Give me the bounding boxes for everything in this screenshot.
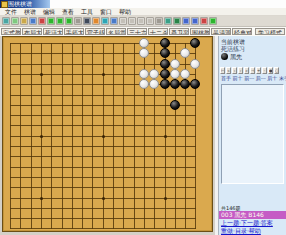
white-stone-P16: [149, 69, 159, 79]
first-move-icon[interactable]: [119, 17, 127, 25]
menu-item-棋谱[interactable]: 棋谱: [24, 8, 36, 15]
menu-item-工具[interactable]: 工具: [81, 8, 93, 15]
black-stone-Q18: [160, 48, 170, 58]
black-stone-Q17: [160, 59, 170, 69]
mode-tab-经典对局[interactable]: 经典对局: [232, 28, 252, 35]
hoshi-point: [164, 197, 167, 200]
play-icon[interactable]: [137, 17, 145, 25]
mode-bar: 定式教程布局大全死活大全手筋大全官子练习名局赏析三十六计十二杀法聂卫平讲棋围棋教…: [0, 27, 286, 36]
grid-line: [10, 208, 196, 209]
tree-view-icon[interactable]: [83, 17, 91, 25]
nav-button-4[interactable]: »: [244, 67, 249, 74]
info-icon[interactable]: [200, 17, 208, 25]
grid-line: [195, 43, 196, 229]
white-stone-O18: [139, 48, 149, 58]
grid-line: [10, 177, 196, 178]
database-icon[interactable]: [182, 17, 190, 25]
side-panel: 当前棋谱 死活练习 黑先 ⊢«‹›»⊣+-●○ 首手 前十 前一 后一 后十 末…: [218, 36, 286, 235]
toolbar: [0, 16, 286, 27]
grid-line: [10, 218, 196, 219]
nav-button-0[interactable]: ⊢: [220, 67, 225, 74]
white-stone-icon[interactable]: [101, 17, 109, 25]
grid-line: [10, 167, 196, 168]
grid-line: [10, 156, 196, 157]
move-nav-buttons: ⊢«‹›»⊣+-●○: [219, 67, 286, 74]
black-stone-S15: [180, 79, 190, 89]
app-icon: [1, 1, 8, 8]
grid-line: [123, 43, 124, 229]
nav-button-9[interactable]: ○: [274, 67, 279, 74]
prev-move-icon[interactable]: [128, 17, 136, 25]
panel-bottom: 共146题 003 黑先 B146 上一题·下一题·答案 重做·目录·帮助: [219, 205, 286, 235]
hoshi-point: [40, 73, 43, 76]
nav-button-8[interactable]: ●: [268, 67, 273, 74]
mode-tab-聂卫平讲棋[interactable]: 聂卫平讲棋: [169, 28, 189, 35]
black-stone-icon: [221, 53, 228, 60]
mode-tab-十二杀法[interactable]: 十二杀法: [148, 28, 168, 35]
rotate-icon[interactable]: [164, 17, 172, 25]
new-file-icon[interactable]: [2, 17, 10, 25]
menu-item-文件[interactable]: 文件: [5, 8, 17, 15]
info-line-2: 死活练习: [221, 45, 284, 52]
hoshi-point: [102, 73, 105, 76]
grid-line: [10, 187, 196, 188]
next-move-icon[interactable]: [146, 17, 154, 25]
nav-button-7[interactable]: -: [262, 67, 267, 74]
study-mode-button[interactable]: 学习模式: [255, 28, 285, 35]
problem-links-2[interactable]: 重做·目录·帮助: [219, 227, 286, 235]
black-stone-Q19: [160, 38, 170, 48]
settings-icon[interactable]: [191, 17, 199, 25]
turn-label: 黑先: [230, 53, 242, 60]
selected-problem-row[interactable]: 003 黑先 B146: [219, 211, 286, 219]
nav-button-6[interactable]: +: [256, 67, 261, 74]
white-stone-R17: [170, 59, 180, 69]
grid-line: [134, 43, 135, 229]
go-board[interactable]: [2, 36, 213, 232]
mode-tab-手筋大全[interactable]: 手筋大全: [64, 28, 84, 35]
last-move-icon[interactable]: [155, 17, 163, 25]
white-stone-T17: [190, 59, 200, 69]
board-green-3-icon[interactable]: [65, 17, 73, 25]
menu-item-编辑[interactable]: 编辑: [43, 8, 55, 15]
mode-tab-名局赏析[interactable]: 名局赏析: [106, 28, 126, 35]
mode-tab-死活大全[interactable]: 死活大全: [43, 28, 63, 35]
menu-item-窗口[interactable]: 窗口: [100, 8, 112, 15]
mode-tab-吴清源棋谱[interactable]: 吴清源棋谱: [211, 28, 231, 35]
help-icon[interactable]: [209, 17, 217, 25]
window-title: 围棋棋谱: [0, 0, 50, 8]
grid-line: [10, 146, 196, 147]
black-stone-R13: [170, 100, 180, 110]
info-line-1: 当前棋谱: [221, 38, 284, 45]
menu-item-帮助[interactable]: 帮助: [119, 8, 131, 15]
mode-tab-布局大全[interactable]: 布局大全: [22, 28, 42, 35]
black-stone-T15: [190, 79, 200, 89]
white-stone-S18: [180, 48, 190, 58]
mode-tab-围棋教室[interactable]: 围棋教室: [190, 28, 210, 35]
problem-list-box[interactable]: [221, 84, 284, 184]
grid-line: [10, 228, 196, 229]
board-area: [0, 36, 215, 235]
mode-tabs: 定式教程布局大全死活大全手筋大全官子练习名局赏析三十六计十二杀法聂卫平讲棋围棋教…: [1, 28, 253, 35]
hoshi-point: [102, 135, 105, 138]
problem-links-1[interactable]: 上一题·下一题·答案: [219, 219, 286, 227]
nav-button-2[interactable]: ‹: [232, 67, 237, 74]
flip-icon[interactable]: [173, 17, 181, 25]
white-stone-O15: [139, 79, 149, 89]
black-stone-icon[interactable]: [92, 17, 100, 25]
white-stone-O16: [139, 69, 149, 79]
nav-button-5[interactable]: ⊣: [250, 67, 255, 74]
hoshi-point: [102, 197, 105, 200]
delete-icon[interactable]: [38, 17, 46, 25]
white-stone-R16: [170, 69, 180, 79]
print-icon[interactable]: [29, 17, 37, 25]
hoshi-point: [40, 197, 43, 200]
white-stone-P15: [149, 79, 159, 89]
mode-tab-定式教程[interactable]: 定式教程: [1, 28, 21, 35]
board-green-1-icon[interactable]: [47, 17, 55, 25]
white-stone-O19: [139, 38, 149, 48]
black-stone-T19: [190, 38, 200, 48]
save-icon[interactable]: [20, 17, 28, 25]
hoshi-point: [40, 135, 43, 138]
nav-button-1[interactable]: «: [226, 67, 231, 74]
mode-tab-官子练习[interactable]: 官子练习: [85, 28, 105, 35]
open-file-icon[interactable]: [11, 17, 19, 25]
black-stone-Q16: [160, 69, 170, 79]
search-icon[interactable]: [110, 17, 118, 25]
hoshi-point: [164, 135, 167, 138]
board-green-2-icon[interactable]: [56, 17, 64, 25]
menu-bar: 文件棋谱编辑查看工具窗口帮助: [0, 8, 286, 16]
window-title-text: 围棋棋谱: [8, 0, 32, 7]
grid-line: [113, 43, 114, 229]
black-stone-R15: [170, 79, 180, 89]
game-info-box: 当前棋谱 死活练习 黑先: [219, 36, 286, 61]
black-stone-Q15: [160, 79, 170, 89]
menu-item-查看[interactable]: 查看: [62, 8, 74, 15]
white-stone-S16: [180, 69, 190, 79]
mode-tab-三十六计[interactable]: 三十六计: [127, 28, 147, 35]
nav-caption: 首手 前十 前一 后一 后十 末手: [219, 74, 286, 81]
nav-button-3[interactable]: ›: [238, 67, 243, 74]
board-gray-icon[interactable]: [74, 17, 82, 25]
